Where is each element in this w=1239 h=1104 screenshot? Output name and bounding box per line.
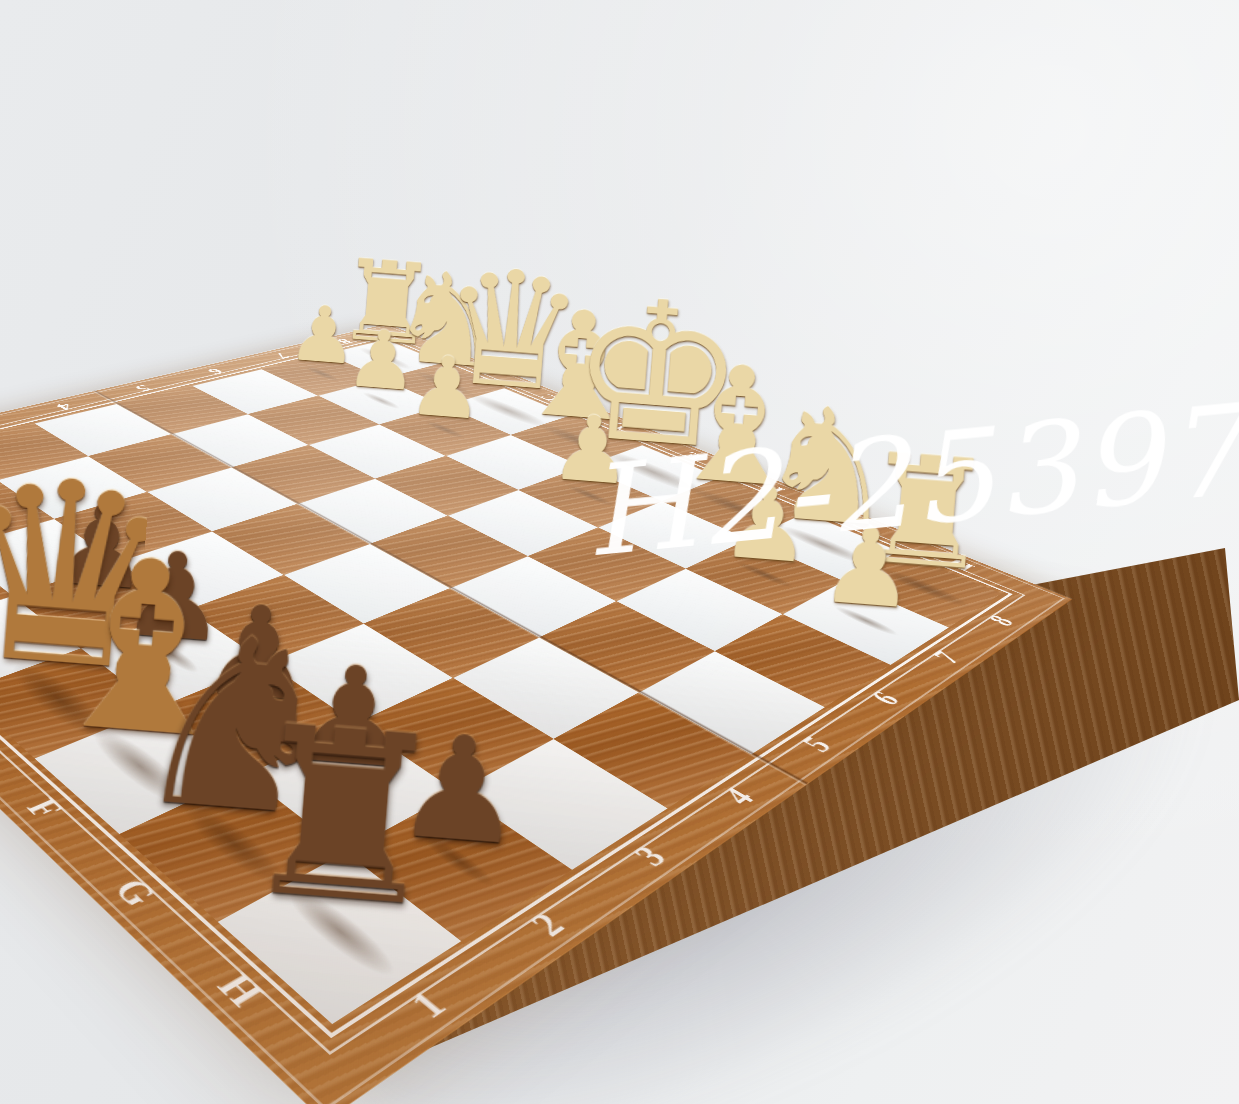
product-photo: AABBCCDDEEFFGGHH1122334455667788♜♞♛♝♚♝♞♜…	[0, 0, 1239, 1104]
black-piece-glyph: ♜	[103, 683, 585, 951]
